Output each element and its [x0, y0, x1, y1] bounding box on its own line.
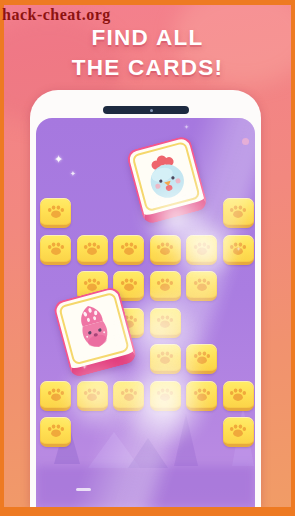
speaker-highlight — [150, 109, 153, 112]
paw-icon — [47, 204, 65, 219]
paw-icon — [120, 277, 138, 292]
facedown-card-r6c3[interactable] — [113, 381, 144, 411]
game-screen: ✦ ✦ ✦ ✦ ✦ — [36, 118, 255, 507]
paw-icon — [156, 241, 174, 256]
facedown-card-r2c4[interactable] — [150, 235, 181, 265]
paw-icon — [120, 387, 138, 402]
bokeh-dot — [242, 138, 249, 145]
facedown-card-r6c5[interactable] — [186, 381, 217, 411]
facedown-card-r4c4[interactable] — [150, 308, 181, 338]
paw-icon — [120, 241, 138, 256]
paw-icon — [47, 387, 65, 402]
squid-illustration — [64, 296, 124, 361]
paw-icon — [156, 387, 174, 402]
facedown-card-r6c4[interactable] — [150, 381, 181, 411]
tent-silhouette — [88, 432, 140, 468]
facedown-card-r2c1[interactable] — [40, 235, 71, 265]
facedown-card-r1c6[interactable] — [223, 198, 254, 228]
facedown-card-r6c2[interactable] — [77, 381, 108, 411]
facedown-card-r5c4[interactable] — [150, 344, 181, 374]
facedown-card-r2c2[interactable] — [77, 235, 108, 265]
paw-icon — [47, 423, 65, 438]
title-line-2: THE CARDS! — [4, 53, 291, 83]
tent-silhouette — [128, 438, 168, 468]
title-line-1: FIND ALL — [4, 23, 291, 53]
sparkle-dash — [76, 488, 91, 491]
speaker-slot-icon — [103, 106, 189, 114]
paw-icon — [229, 241, 247, 256]
facedown-card-r7c1[interactable] — [40, 417, 71, 447]
facedown-card-r2c6[interactable] — [223, 235, 254, 265]
facedown-card-r1c1[interactable] — [40, 198, 71, 228]
background: FIND ALL THE CARDS! — [4, 5, 291, 507]
watermark: hack-cheat.org — [2, 6, 111, 24]
phone-mockup: ✦ ✦ ✦ ✦ ✦ — [30, 90, 261, 507]
paw-icon — [156, 314, 174, 329]
paw-icon — [83, 387, 101, 402]
facedown-card-r6c1[interactable] — [40, 381, 71, 411]
chicken-illustration — [135, 145, 197, 208]
flipped-card-chicken[interactable] — [125, 135, 208, 225]
facedown-card-r3c5[interactable] — [186, 271, 217, 301]
ad-frame: FIND ALL THE CARDS! — [0, 0, 295, 516]
sparkle-star-icon: ✦ — [54, 154, 63, 165]
facedown-card-r2c3[interactable] — [113, 235, 144, 265]
paw-icon — [229, 387, 247, 402]
paw-icon — [47, 241, 65, 256]
facedown-card-r2c5[interactable] — [186, 235, 217, 265]
pine-tree-silhouette — [174, 414, 198, 466]
paw-icon — [193, 241, 211, 256]
facedown-card-r6c6[interactable] — [223, 381, 254, 411]
sparkle-star-icon: ✦ — [184, 124, 189, 130]
paw-icon — [156, 350, 174, 365]
facedown-card-r3c4[interactable] — [150, 271, 181, 301]
paw-icon — [156, 277, 174, 292]
facedown-card-r7c6[interactable] — [223, 417, 254, 447]
ad-title: FIND ALL THE CARDS! — [4, 23, 291, 83]
facedown-card-r5c5[interactable] — [186, 344, 217, 374]
ground-silhouette — [36, 466, 255, 507]
paw-icon — [229, 423, 247, 438]
paw-icon — [83, 241, 101, 256]
paw-icon — [193, 387, 211, 402]
paw-icon — [193, 350, 211, 365]
paw-icon — [193, 277, 211, 292]
paw-icon — [229, 204, 247, 219]
sparkle-star-icon: ✦ — [70, 170, 76, 177]
